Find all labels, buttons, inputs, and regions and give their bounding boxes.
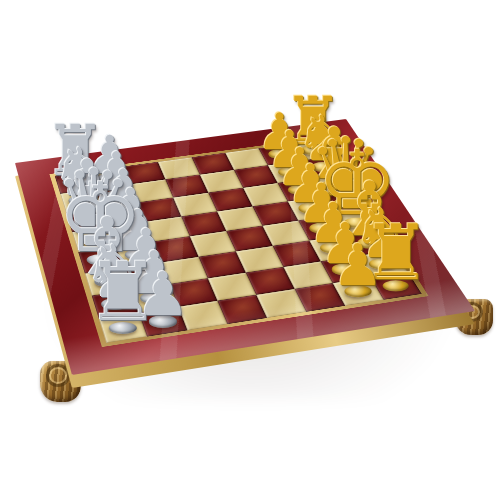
product-photo-stage: ♜♞♝♛♚♝♞♜♟♟♟♟♟♟♟♟♟♟♟♟♟♟♟♟♜♞♝♛♚♝♞♜ [0, 0, 500, 500]
piece-glyph: ♟ [332, 237, 384, 295]
piece-glyph: ♜ [86, 251, 159, 332]
